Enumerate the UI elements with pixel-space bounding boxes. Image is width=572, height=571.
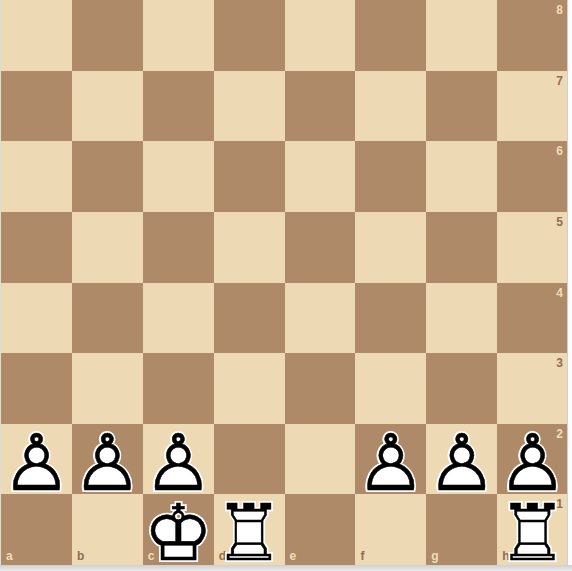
square-f1[interactable]: f <box>355 494 426 565</box>
square-h6[interactable]: 6 <box>497 141 568 212</box>
piece-white-pawn-h2[interactable]: ♟♙ <box>497 424 568 495</box>
square-h5[interactable]: 5 <box>497 212 568 283</box>
rank-label-4: 4 <box>556 287 563 299</box>
square-d3[interactable] <box>214 353 285 424</box>
white-rook-outline-glyph: ♖ <box>498 494 568 571</box>
file-label-f: f <box>360 550 364 562</box>
square-a7[interactable] <box>1 71 72 142</box>
square-c8[interactable] <box>143 0 214 71</box>
square-h7[interactable]: 7 <box>497 71 568 142</box>
rank-label-7: 7 <box>556 75 563 87</box>
file-label-a: a <box>6 550 13 562</box>
square-b2[interactable]: ♟♙ <box>72 424 143 495</box>
white-pawn-outline-glyph: ♙ <box>356 424 426 502</box>
rank-label-5: 5 <box>556 216 563 228</box>
square-e6[interactable] <box>285 141 356 212</box>
piece-white-pawn-f2[interactable]: ♟♙ <box>355 424 426 495</box>
white-pawn-outline-glyph: ♙ <box>427 424 497 502</box>
square-b3[interactable] <box>72 353 143 424</box>
square-e1[interactable]: e <box>285 494 356 565</box>
square-d8[interactable] <box>214 0 285 71</box>
square-e8[interactable] <box>285 0 356 71</box>
file-label-e: e <box>290 550 297 562</box>
square-d1[interactable]: d♜♖ <box>214 494 285 565</box>
square-g8[interactable] <box>426 0 497 71</box>
square-c7[interactable] <box>143 71 214 142</box>
square-e2[interactable] <box>285 424 356 495</box>
square-b8[interactable] <box>72 0 143 71</box>
square-a4[interactable] <box>1 283 72 354</box>
square-c3[interactable] <box>143 353 214 424</box>
page-edge-bottom <box>0 565 572 571</box>
square-a2[interactable]: ♟♙ <box>1 424 72 495</box>
piece-white-pawn-g2[interactable]: ♟♙ <box>426 424 497 495</box>
square-b1[interactable]: b <box>72 494 143 565</box>
square-e5[interactable] <box>285 212 356 283</box>
square-a1[interactable]: a <box>1 494 72 565</box>
square-a8[interactable] <box>1 0 72 71</box>
square-g7[interactable] <box>426 71 497 142</box>
file-label-b: b <box>77 550 84 562</box>
square-g1[interactable]: g <box>426 494 497 565</box>
square-b4[interactable] <box>72 283 143 354</box>
square-g2[interactable]: ♟♙ <box>426 424 497 495</box>
square-d7[interactable] <box>214 71 285 142</box>
square-b7[interactable] <box>72 71 143 142</box>
square-f5[interactable] <box>355 212 426 283</box>
square-a5[interactable] <box>1 212 72 283</box>
board: 876543♟♙♟♙♟♙♟♙♟♙2♟♙abc♚♔d♜♖efg1h♜♖ <box>1 0 568 565</box>
square-a3[interactable] <box>1 353 72 424</box>
square-g6[interactable] <box>426 141 497 212</box>
piece-white-pawn-a2[interactable]: ♟♙ <box>1 424 72 495</box>
piece-white-pawn-b2[interactable]: ♟♙ <box>72 424 143 495</box>
piece-white-pawn-c2[interactable]: ♟♙ <box>143 424 214 495</box>
square-h1[interactable]: 1h♜♖ <box>497 494 568 565</box>
square-f2[interactable]: ♟♙ <box>355 424 426 495</box>
piece-white-king-c1[interactable]: ♚♔ <box>143 494 214 565</box>
rank-label-8: 8 <box>556 4 563 16</box>
square-g4[interactable] <box>426 283 497 354</box>
square-h4[interactable]: 4 <box>497 283 568 354</box>
white-pawn-outline-glyph: ♙ <box>72 424 142 502</box>
white-pawn-outline-glyph: ♙ <box>1 424 71 502</box>
square-f6[interactable] <box>355 141 426 212</box>
square-h3[interactable]: 3 <box>497 353 568 424</box>
square-e3[interactable] <box>285 353 356 424</box>
square-g5[interactable] <box>426 212 497 283</box>
square-f4[interactable] <box>355 283 426 354</box>
square-g3[interactable] <box>426 353 497 424</box>
square-d4[interactable] <box>214 283 285 354</box>
square-e4[interactable] <box>285 283 356 354</box>
square-e7[interactable] <box>285 71 356 142</box>
square-d5[interactable] <box>214 212 285 283</box>
square-b6[interactable] <box>72 141 143 212</box>
white-rook-outline-glyph: ♖ <box>214 494 284 571</box>
square-h2[interactable]: 2♟♙ <box>497 424 568 495</box>
rank-label-3: 3 <box>556 357 563 369</box>
square-b5[interactable] <box>72 212 143 283</box>
rank-label-6: 6 <box>556 145 563 157</box>
square-f3[interactable] <box>355 353 426 424</box>
page-edge-right <box>567 0 572 571</box>
square-f8[interactable] <box>355 0 426 71</box>
square-d2[interactable] <box>214 424 285 495</box>
square-c6[interactable] <box>143 141 214 212</box>
square-c5[interactable] <box>143 212 214 283</box>
page: 876543♟♙♟♙♟♙♟♙♟♙2♟♙abc♚♔d♜♖efg1h♜♖ <box>0 0 572 571</box>
square-f7[interactable] <box>355 71 426 142</box>
square-c2[interactable]: ♟♙ <box>143 424 214 495</box>
square-c1[interactable]: c♚♔ <box>143 494 214 565</box>
piece-white-rook-d1[interactable]: ♜♖ <box>214 494 285 565</box>
file-label-g: g <box>431 550 438 562</box>
square-d6[interactable] <box>214 141 285 212</box>
square-h8[interactable]: 8 <box>497 0 568 71</box>
square-c4[interactable] <box>143 283 214 354</box>
piece-white-rook-h1[interactable]: ♜♖ <box>497 494 568 565</box>
white-king-outline-glyph: ♔ <box>143 494 213 571</box>
square-a6[interactable] <box>1 141 72 212</box>
